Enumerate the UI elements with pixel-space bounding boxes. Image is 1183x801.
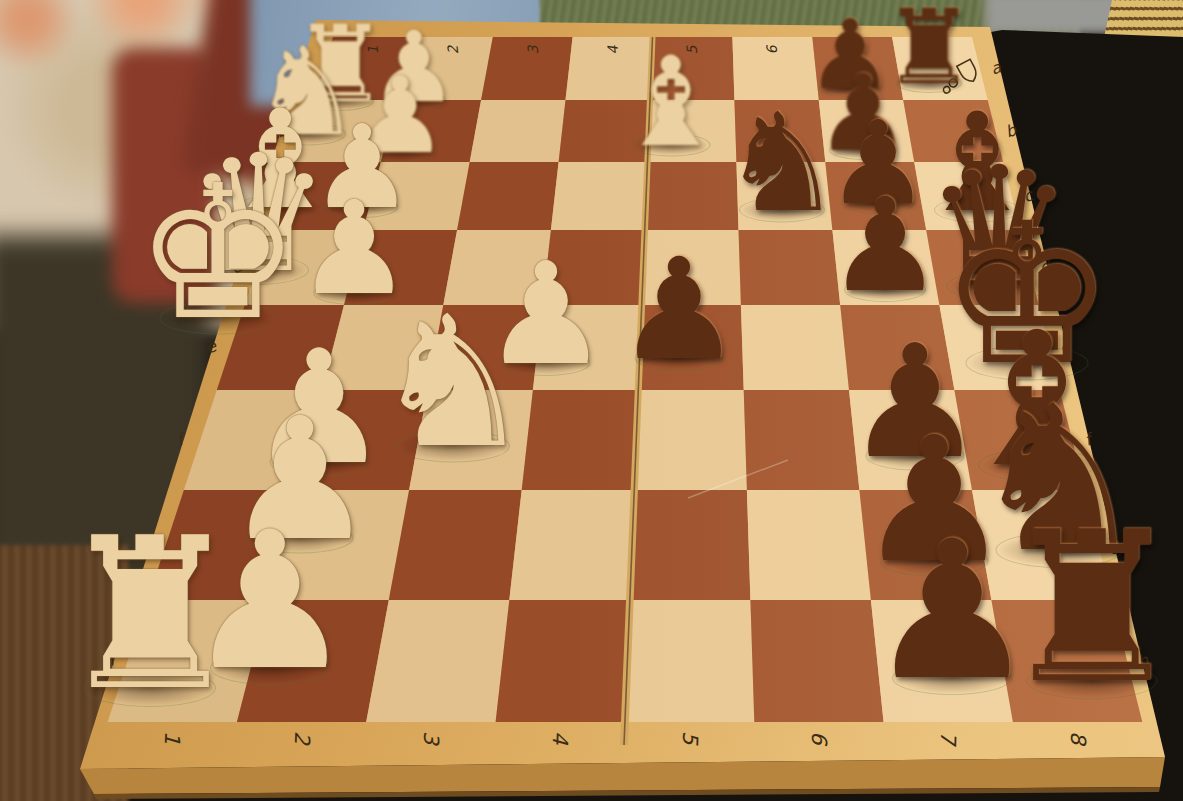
label-rank-6-top: 6 [764,45,781,55]
piece-white-bishop-b5[interactable]: ♝ [615,40,726,164]
label-rank-8-bottom: 8 [1065,731,1089,745]
label-rank-3-top: 3 [524,45,541,55]
scene: 1234567812345678abcdefghabcdefgh ♜♞♝♛♚♜♟… [0,0,1183,801]
label-rank-4-bottom: 4 [548,731,572,745]
label-rank-6-bottom: 6 [807,731,831,745]
piece-black-knight-c6[interactable]: ♞ [721,95,843,231]
piece-black-pawn-d5[interactable]: ♟ [616,240,742,380]
piece-white-rook-h1[interactable]: ♜ [56,510,243,719]
label-rank-3-bottom: 3 [419,731,443,745]
piece-white-knight-f3[interactable]: ♞ [372,292,534,473]
label-rank-2-bottom: 2 [289,731,313,745]
piece-black-rook-h8[interactable]: ♜ [999,504,1183,712]
piece-black-pawn-d7[interactable]: ♟ [827,181,943,310]
label-rank-7-bottom: 7 [936,731,960,745]
label-rank-5-bottom: 5 [677,731,701,745]
